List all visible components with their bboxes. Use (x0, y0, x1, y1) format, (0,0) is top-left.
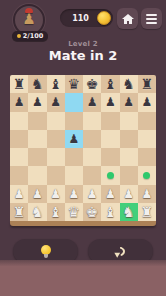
square-e5[interactable] (83, 130, 101, 148)
piece-black-pawn[interactable]: ♟ (123, 93, 134, 111)
piece-white-pawn[interactable]: ♟ (68, 185, 79, 203)
square-f6[interactable] (101, 112, 119, 130)
square-d4[interactable] (65, 148, 83, 166)
piece-white-pawn[interactable]: ♟ (14, 185, 25, 203)
square-d2[interactable]: ♟ (65, 185, 83, 203)
square-c6[interactable] (47, 112, 65, 130)
home-icon (122, 14, 134, 24)
square-e1[interactable]: ♚ (83, 203, 101, 221)
square-c7[interactable]: ♟ (47, 93, 65, 111)
square-g1[interactable]: ♞ (120, 203, 138, 221)
move-hint-dot[interactable] (107, 172, 114, 179)
coin-icon (97, 11, 111, 25)
square-c2[interactable]: ♟ (47, 185, 65, 203)
square-d8[interactable]: ♛ (65, 75, 83, 93)
square-h4[interactable] (138, 148, 156, 166)
square-a5[interactable] (10, 130, 28, 148)
square-g3[interactable] (120, 166, 138, 184)
square-d6[interactable] (65, 112, 83, 130)
piece-black-rook[interactable]: ♜ (13, 75, 26, 93)
square-h7[interactable]: ♟ (138, 93, 156, 111)
piece-white-pawn[interactable]: ♟ (50, 185, 61, 203)
square-e8[interactable]: ♚ (83, 75, 101, 93)
piece-white-bishop[interactable]: ♝ (49, 203, 62, 221)
square-f2[interactable]: ♟ (101, 185, 119, 203)
square-c4[interactable] (47, 148, 65, 166)
square-a3[interactable] (10, 166, 28, 184)
piece-white-knight[interactable]: ♞ (31, 203, 44, 221)
square-c5[interactable] (47, 130, 65, 148)
square-f1[interactable]: ♝ (101, 203, 119, 221)
undo-arrow-icon (114, 246, 127, 257)
medal-icon (17, 34, 21, 38)
square-f8[interactable]: ♝ (101, 75, 119, 93)
hamburger-menu-icon (146, 14, 157, 24)
piece-black-pawn[interactable]: ♟ (87, 93, 98, 111)
square-g8[interactable]: ♞ (120, 75, 138, 93)
menu-button[interactable] (141, 8, 162, 29)
square-e7[interactable]: ♟ (83, 93, 101, 111)
app-screen: ♟ 2/100 110 Level 2 Mate in 2 ♜♞♝♛♚♝♞♜♟♟… (0, 0, 166, 296)
square-a7[interactable]: ♟ (10, 93, 28, 111)
piece-black-bishop[interactable]: ♝ (49, 75, 62, 93)
piece-white-rook[interactable]: ♜ (141, 203, 154, 221)
square-b5[interactable] (28, 130, 46, 148)
piece-white-pawn[interactable]: ♟ (123, 185, 134, 203)
coin-counter[interactable]: 110 (60, 9, 113, 27)
square-g4[interactable] (120, 148, 138, 166)
square-e2[interactable]: ♟ (83, 185, 101, 203)
level-label: Level 2 (0, 40, 166, 48)
square-h6[interactable] (138, 112, 156, 130)
piece-white-pawn[interactable]: ♟ (87, 185, 98, 203)
square-e4[interactable] (83, 148, 101, 166)
square-a2[interactable]: ♟ (10, 185, 28, 203)
piece-black-bishop[interactable]: ♝ (104, 75, 117, 93)
square-b4[interactable] (28, 148, 46, 166)
background-lower (0, 260, 166, 296)
square-a4[interactable] (10, 148, 28, 166)
piece-black-pawn[interactable]: ♟ (14, 93, 25, 111)
piece-white-pawn[interactable]: ♟ (32, 185, 43, 203)
square-h1[interactable]: ♜ (138, 203, 156, 221)
coin-amount: 110 (60, 14, 97, 23)
square-b3[interactable] (28, 166, 46, 184)
board-edge (10, 221, 156, 226)
puzzle-title: Mate in 2 (0, 48, 166, 63)
piece-black-queen[interactable]: ♛ (68, 75, 81, 93)
square-e3[interactable] (83, 166, 101, 184)
square-h5[interactable] (138, 130, 156, 148)
square-f4[interactable] (101, 148, 119, 166)
square-d3[interactable] (65, 166, 83, 184)
piece-white-king[interactable]: ♚ (86, 203, 99, 221)
square-d1[interactable]: ♛ (65, 203, 83, 221)
piece-black-pawn[interactable]: ♟ (68, 130, 79, 148)
piece-black-rook[interactable]: ♜ (141, 75, 154, 93)
square-h3[interactable] (138, 166, 156, 184)
lightbulb-icon (41, 245, 51, 258)
square-a1[interactable]: ♜ (10, 203, 28, 221)
square-c8[interactable]: ♝ (47, 75, 65, 93)
piece-white-bishop[interactable]: ♝ (104, 203, 117, 221)
piece-black-pawn[interactable]: ♟ (141, 93, 152, 111)
square-f7[interactable]: ♟ (101, 93, 119, 111)
square-h8[interactable]: ♜ (138, 75, 156, 93)
square-a8[interactable]: ♜ (10, 75, 28, 93)
piece-black-pawn[interactable]: ♟ (32, 93, 43, 111)
piece-black-pawn[interactable]: ♟ (105, 93, 116, 111)
square-b6[interactable] (28, 112, 46, 130)
avatar-crown-icon (25, 8, 33, 13)
square-g6[interactable] (120, 112, 138, 130)
piece-black-king[interactable]: ♚ (86, 75, 99, 93)
square-g7[interactable]: ♟ (120, 93, 138, 111)
square-b2[interactable]: ♟ (28, 185, 46, 203)
square-g2[interactable]: ♟ (120, 185, 138, 203)
piece-white-knight[interactable]: ♞ (122, 203, 135, 221)
piece-white-pawn[interactable]: ♟ (105, 185, 116, 203)
piece-black-pawn[interactable]: ♟ (50, 93, 61, 111)
piece-black-knight[interactable]: ♞ (31, 75, 44, 93)
move-hint-dot[interactable] (143, 172, 150, 179)
piece-white-pawn[interactable]: ♟ (141, 185, 152, 203)
square-b1[interactable]: ♞ (28, 203, 46, 221)
piece-white-rook[interactable]: ♜ (13, 203, 26, 221)
square-a6[interactable] (10, 112, 28, 130)
home-button[interactable] (117, 8, 138, 29)
square-b7[interactable]: ♟ (28, 93, 46, 111)
square-f3[interactable] (101, 166, 119, 184)
player-level-avatar[interactable]: ♟ 2/100 (11, 4, 47, 42)
piece-black-knight[interactable]: ♞ (122, 75, 135, 93)
square-d7[interactable] (65, 93, 83, 111)
square-e6[interactable] (83, 112, 101, 130)
square-c1[interactable]: ♝ (47, 203, 65, 221)
piece-white-queen[interactable]: ♛ (68, 203, 81, 221)
square-c3[interactable] (47, 166, 65, 184)
square-b8[interactable]: ♞ (28, 75, 46, 93)
square-d5[interactable]: ♟ (65, 130, 83, 148)
square-f5[interactable] (101, 130, 119, 148)
square-g5[interactable] (120, 130, 138, 148)
square-h2[interactable]: ♟ (138, 185, 156, 203)
chess-board[interactable]: ♜♞♝♛♚♝♞♜♟♟♟♟♟♟♟♟♟♟♟♟♟♟♟♟♜♞♝♛♚♝♞♜ (10, 75, 156, 221)
